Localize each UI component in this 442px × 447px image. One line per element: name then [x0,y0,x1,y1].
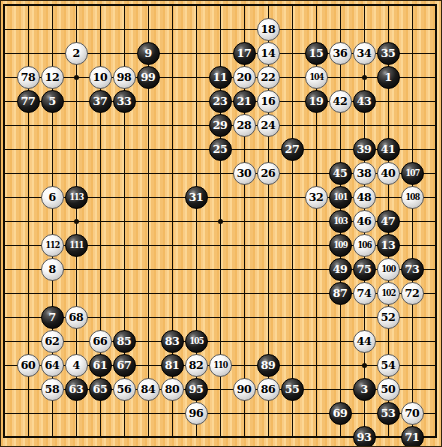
stone-W-112: 112 [41,234,64,257]
stone-number: 10 [93,72,107,83]
stone-number: 77 [21,96,35,107]
stone-W-48: 48 [353,186,376,209]
stone-number: 40 [381,168,395,179]
hoshi-point-16-16 [362,363,367,368]
stone-number: 13 [381,240,395,251]
stone-B-53: 53 [377,402,400,425]
stone-number: 34 [357,48,371,59]
stone-number: 81 [165,360,179,371]
stone-B-99: 99 [137,66,160,89]
stone-B-101: 101 [329,186,352,209]
stone-number: 75 [357,264,371,275]
stone-number: 7 [48,312,55,323]
stone-W-10: 10 [89,66,112,89]
stone-B-111: 111 [65,234,88,257]
stone-number: 29 [213,120,227,131]
stone-number: 106 [357,241,371,250]
stone-B-83: 83 [161,330,184,353]
stone-W-56: 56 [113,378,136,401]
stone-number: 8 [48,264,55,275]
stone-B-41: 41 [377,138,400,161]
stone-B-21: 21 [233,90,256,113]
stone-B-23: 23 [209,90,232,113]
stone-W-80: 80 [161,378,184,401]
stone-number: 2 [72,48,79,59]
go-board: 1234567891011121314151617181920212223242… [0,0,442,447]
stone-B-47: 47 [377,210,400,233]
stone-number: 18 [261,24,275,35]
stone-W-110: 110 [209,354,232,377]
grid-vline-18 [412,5,413,437]
stone-number: 99 [141,72,155,83]
grid-hline-18 [4,413,436,414]
stone-number: 84 [141,384,155,395]
stone-number: 109 [333,241,347,250]
stone-B-109: 109 [329,234,352,257]
stone-number: 3 [360,384,367,395]
stone-W-32: 32 [305,186,328,209]
stone-W-58: 58 [41,378,64,401]
stone-W-28: 28 [233,114,256,137]
stone-W-14: 14 [257,42,280,65]
stone-number: 56 [117,384,131,395]
stone-number: 89 [261,360,275,371]
stone-number: 30 [237,168,251,179]
stone-B-11: 11 [209,66,232,89]
stone-number: 35 [381,48,395,59]
stone-number: 31 [189,192,203,203]
stone-W-26: 26 [257,162,280,185]
stone-number: 110 [213,361,227,370]
stone-B-75: 75 [353,258,376,281]
stone-B-7: 7 [41,306,64,329]
stone-number: 82 [189,360,203,371]
stone-number: 96 [189,408,203,419]
stone-number: 26 [261,168,275,179]
stone-number: 73 [405,264,419,275]
stone-W-40: 40 [377,162,400,185]
stone-W-12: 12 [41,66,64,89]
stone-number: 64 [45,360,59,371]
stone-B-77: 77 [17,90,40,113]
stone-W-100: 100 [377,258,400,281]
stone-W-8: 8 [41,258,64,281]
stone-B-85: 85 [113,330,136,353]
stone-B-55: 55 [281,378,304,401]
hoshi-point-10-10 [218,219,223,224]
stone-number: 113 [69,193,83,202]
stone-W-50: 50 [377,378,400,401]
stone-number: 42 [333,96,347,107]
stone-number: 53 [381,408,395,419]
stone-W-104: 104 [305,66,328,89]
stone-number: 9 [144,48,151,59]
stone-W-16: 16 [257,90,280,113]
stone-W-108: 108 [401,186,424,209]
stone-B-43: 43 [353,90,376,113]
stone-B-19: 19 [305,90,328,113]
stone-B-25: 25 [209,138,232,161]
stone-W-36: 36 [329,42,352,65]
stone-number: 50 [381,384,395,395]
stone-number: 24 [261,120,275,131]
stone-W-46: 46 [353,210,376,233]
stone-number: 46 [357,216,371,227]
stone-W-4: 4 [65,354,88,377]
stone-number: 28 [237,120,251,131]
stone-number: 62 [45,336,59,347]
stone-number: 14 [261,48,275,59]
stone-number: 98 [117,72,131,83]
stone-B-105: 105 [185,330,208,353]
stone-number: 32 [309,192,323,203]
stone-W-54: 54 [377,354,400,377]
stone-B-27: 27 [281,138,304,161]
stone-number: 108 [405,193,419,202]
stone-B-31: 31 [185,186,208,209]
stone-B-29: 29 [209,114,232,137]
stone-number: 15 [309,48,323,59]
stone-number: 112 [45,241,59,250]
stone-B-37: 37 [89,90,112,113]
stone-B-1: 1 [377,66,400,89]
stone-number: 67 [117,360,131,371]
stone-W-62: 62 [41,330,64,353]
stone-number: 44 [357,336,371,347]
stone-B-89: 89 [257,354,280,377]
stone-number: 54 [381,360,395,371]
stone-number: 71 [405,432,419,443]
grid-vline-13 [292,5,293,437]
stone-number: 20 [237,72,251,83]
hoshi-point-4-10 [74,219,79,224]
stone-W-82: 82 [185,354,208,377]
stone-number: 63 [69,384,83,395]
stone-number: 85 [117,336,131,347]
stone-W-66: 66 [89,330,112,353]
stone-number: 101 [333,193,347,202]
stone-number: 58 [45,384,59,395]
stone-B-95: 95 [185,378,208,401]
stone-W-90: 90 [233,378,256,401]
stone-number: 45 [333,168,347,179]
stone-B-65: 65 [89,378,112,401]
stone-B-39: 39 [353,138,376,161]
stone-number: 70 [405,408,419,419]
stone-W-98: 98 [113,66,136,89]
stone-number: 87 [333,288,347,299]
stone-number: 68 [69,312,83,323]
stone-number: 93 [357,432,371,443]
stone-B-5: 5 [41,90,64,113]
stone-number: 52 [381,312,395,323]
stone-number: 105 [189,337,203,346]
stone-number: 38 [357,168,371,179]
stone-number: 1 [384,72,391,83]
stone-number: 4 [72,360,79,371]
stone-B-63: 63 [65,378,88,401]
stone-B-13: 13 [377,234,400,257]
stone-B-3: 3 [353,378,376,401]
stone-B-81: 81 [161,354,184,377]
stone-B-71: 71 [401,426,424,447]
stone-B-103: 103 [329,210,352,233]
stone-number: 5 [48,96,55,107]
stone-B-15: 15 [305,42,328,65]
stone-number: 6 [48,192,55,203]
stone-number: 39 [357,144,371,155]
stone-W-2: 2 [65,42,88,65]
stone-number: 83 [165,336,179,347]
stone-number: 37 [93,96,107,107]
stone-number: 43 [357,96,371,107]
stone-W-30: 30 [233,162,256,185]
stone-B-35: 35 [377,42,400,65]
stone-W-70: 70 [401,402,424,425]
stone-number: 12 [45,72,59,83]
stone-number: 49 [333,264,347,275]
stone-number: 55 [285,384,299,395]
stone-number: 86 [261,384,275,395]
stone-W-18: 18 [257,18,280,41]
stone-W-72: 72 [401,282,424,305]
stone-B-9: 9 [137,42,160,65]
stone-number: 25 [213,144,227,155]
stone-B-107: 107 [401,162,424,185]
stone-W-60: 60 [17,354,40,377]
stone-W-64: 64 [41,354,64,377]
stone-B-49: 49 [329,258,352,281]
stone-W-84: 84 [137,378,160,401]
stone-W-20: 20 [233,66,256,89]
stone-number: 60 [21,360,35,371]
stone-number: 16 [261,96,275,107]
stone-number: 72 [405,288,419,299]
stone-W-96: 96 [185,402,208,425]
stone-number: 23 [213,96,227,107]
stone-B-73: 73 [401,258,424,281]
stone-number: 47 [381,216,395,227]
stone-number: 48 [357,192,371,203]
stone-number: 33 [117,96,131,107]
stone-W-22: 22 [257,66,280,89]
stone-number: 61 [93,360,107,371]
stone-B-45: 45 [329,162,352,185]
stone-number: 78 [21,72,35,83]
stone-number: 41 [381,144,395,155]
stone-number: 66 [93,336,107,347]
stone-W-86: 86 [257,378,280,401]
stone-number: 19 [309,96,323,107]
stone-B-69: 69 [329,402,352,425]
stone-B-67: 67 [113,354,136,377]
stone-number: 11 [213,72,227,83]
hoshi-point-4-4 [74,75,79,80]
stone-W-38: 38 [353,162,376,185]
stone-number: 36 [333,48,347,59]
stone-W-24: 24 [257,114,280,137]
stone-B-113: 113 [65,186,88,209]
stone-W-44: 44 [353,330,376,353]
stone-number: 22 [261,72,275,83]
stone-number: 17 [237,48,251,59]
stone-number: 111 [69,241,83,250]
stone-B-93: 93 [353,426,376,447]
stone-number: 80 [165,384,179,395]
stone-W-6: 6 [41,186,64,209]
stone-number: 104 [309,73,323,82]
stone-number: 100 [381,265,395,274]
stone-W-106: 106 [353,234,376,257]
stone-B-87: 87 [329,282,352,305]
stone-W-74: 74 [353,282,376,305]
stone-W-78: 78 [17,66,40,89]
stone-W-52: 52 [377,306,400,329]
stone-number: 95 [189,384,203,395]
stone-B-17: 17 [233,42,256,65]
stone-number: 65 [93,384,107,395]
stone-W-34: 34 [353,42,376,65]
stone-B-61: 61 [89,354,112,377]
stone-number: 103 [333,217,347,226]
stone-number: 69 [333,408,347,419]
stone-number: 102 [381,289,395,298]
stone-W-102: 102 [377,282,400,305]
stone-number: 90 [237,384,251,395]
stone-W-68: 68 [65,306,88,329]
stone-number: 74 [357,288,371,299]
hoshi-point-16-4 [362,75,367,80]
stone-number: 107 [405,169,419,178]
stone-W-42: 42 [329,90,352,113]
stone-number: 21 [237,96,251,107]
stone-B-33: 33 [113,90,136,113]
stone-number: 27 [285,144,299,155]
